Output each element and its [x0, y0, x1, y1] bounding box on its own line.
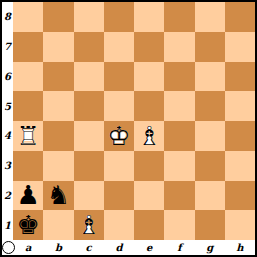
square-f8[interactable]: [164, 2, 194, 32]
square-b1[interactable]: [43, 210, 73, 240]
square-e7[interactable]: [134, 32, 164, 62]
square-f2[interactable]: [164, 181, 194, 211]
square-d8[interactable]: [104, 2, 134, 32]
square-f7[interactable]: [164, 32, 194, 62]
rank-label-6: 6: [2, 62, 13, 92]
square-f1[interactable]: [164, 210, 194, 240]
square-h2[interactable]: [225, 181, 255, 211]
square-h1[interactable]: [225, 210, 255, 240]
square-e3[interactable]: [134, 151, 164, 181]
square-g5[interactable]: [195, 91, 225, 121]
square-b4[interactable]: [43, 121, 73, 151]
square-e4[interactable]: ♝♗: [134, 121, 164, 151]
square-f5[interactable]: [164, 91, 194, 121]
square-b2[interactable]: ♞: [43, 181, 73, 211]
square-c2[interactable]: [74, 181, 104, 211]
square-d1[interactable]: [104, 210, 134, 240]
file-label-h: h: [225, 240, 255, 255]
square-g4[interactable]: [195, 121, 225, 151]
square-e2[interactable]: [134, 181, 164, 211]
file-label-c: c: [74, 240, 104, 255]
white-king[interactable]: ♔: [104, 121, 134, 151]
square-h7[interactable]: [225, 32, 255, 62]
square-e1[interactable]: [134, 210, 164, 240]
chess-board: ♜♖♚♔♝♗♟♞♚♝♗: [13, 2, 255, 240]
square-g8[interactable]: [195, 2, 225, 32]
rank-label-1: 1: [2, 210, 13, 240]
file-label-b: b: [43, 240, 73, 255]
square-d3[interactable]: [104, 151, 134, 181]
square-a3[interactable]: [13, 151, 43, 181]
square-c4[interactable]: [74, 121, 104, 151]
square-d6[interactable]: [104, 62, 134, 92]
white-bishop-fill: ♝: [74, 210, 104, 240]
square-c6[interactable]: [74, 62, 104, 92]
file-label-d: d: [104, 240, 134, 255]
square-d2[interactable]: [104, 181, 134, 211]
white-rook[interactable]: ♖: [13, 121, 43, 151]
square-b7[interactable]: [43, 32, 73, 62]
square-e6[interactable]: [134, 62, 164, 92]
square-d4[interactable]: ♚♔: [104, 121, 134, 151]
white-bishop[interactable]: ♗: [74, 210, 104, 240]
white-bishop-fill: ♝: [134, 121, 164, 151]
square-c1[interactable]: ♝♗: [74, 210, 104, 240]
square-a8[interactable]: [13, 2, 43, 32]
black-knight[interactable]: ♞: [43, 181, 73, 211]
square-a1[interactable]: ♚: [13, 210, 43, 240]
square-g3[interactable]: [195, 151, 225, 181]
rank-label-3: 3: [2, 151, 13, 181]
square-e8[interactable]: [134, 2, 164, 32]
rank-label-8: 8: [2, 2, 13, 32]
rank-label-7: 7: [2, 32, 13, 62]
square-e5[interactable]: [134, 91, 164, 121]
square-c7[interactable]: [74, 32, 104, 62]
square-f3[interactable]: [164, 151, 194, 181]
file-label-f: f: [164, 240, 194, 255]
black-pawn[interactable]: ♟: [13, 181, 43, 211]
square-h4[interactable]: [225, 121, 255, 151]
square-a7[interactable]: [13, 32, 43, 62]
square-a6[interactable]: [13, 62, 43, 92]
square-d7[interactable]: [104, 32, 134, 62]
file-label-a: a: [13, 240, 43, 255]
chess-diagram: 8 7 6 5 4 3 2 1 ♜♖♚♔♝♗♟♞♚♝♗ a b c d e f …: [0, 0, 257, 257]
square-c3[interactable]: [74, 151, 104, 181]
square-d5[interactable]: [104, 91, 134, 121]
file-labels: a b c d e f g h: [13, 240, 255, 255]
rank-label-5: 5: [2, 91, 13, 121]
rank-label-2: 2: [2, 181, 13, 211]
square-g2[interactable]: [195, 181, 225, 211]
square-g6[interactable]: [195, 62, 225, 92]
rank-labels: 8 7 6 5 4 3 2 1: [2, 2, 13, 240]
square-a4[interactable]: ♜♖: [13, 121, 43, 151]
black-king[interactable]: ♚: [13, 210, 43, 240]
square-b5[interactable]: [43, 91, 73, 121]
square-b3[interactable]: [43, 151, 73, 181]
rank-label-4: 4: [2, 121, 13, 151]
square-h3[interactable]: [225, 151, 255, 181]
square-f4[interactable]: [164, 121, 194, 151]
square-h6[interactable]: [225, 62, 255, 92]
square-c8[interactable]: [74, 2, 104, 32]
square-h8[interactable]: [225, 2, 255, 32]
white-king-fill: ♚: [104, 121, 134, 151]
square-g7[interactable]: [195, 32, 225, 62]
square-f6[interactable]: [164, 62, 194, 92]
square-h5[interactable]: [225, 91, 255, 121]
file-label-g: g: [195, 240, 225, 255]
square-a2[interactable]: ♟: [13, 181, 43, 211]
square-b8[interactable]: [43, 2, 73, 32]
square-g1[interactable]: [195, 210, 225, 240]
white-rook-fill: ♜: [13, 121, 43, 151]
white-bishop[interactable]: ♗: [134, 121, 164, 151]
square-a5[interactable]: [13, 91, 43, 121]
square-c5[interactable]: [74, 91, 104, 121]
square-b6[interactable]: [43, 62, 73, 92]
file-label-e: e: [134, 240, 164, 255]
